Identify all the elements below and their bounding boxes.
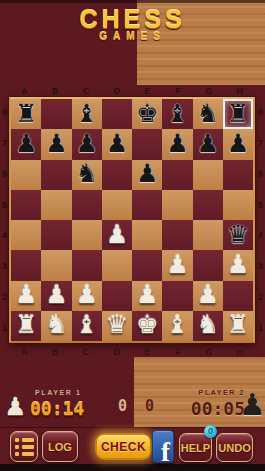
square-e5[interactable] [132, 190, 162, 220]
file-label-e: E [132, 345, 163, 358]
top-shade [0, 0, 265, 3]
player1-label: PLAYER 1 [35, 389, 81, 396]
square-a1[interactable]: ♜ [11, 311, 41, 341]
file-label-g: G [194, 84, 225, 97]
square-c5[interactable] [72, 190, 102, 220]
player1-timer: 00:14 [30, 398, 84, 419]
undo-button[interactable]: UNDO [216, 433, 253, 462]
square-h7[interactable]: ♟ [223, 129, 253, 159]
square-d5[interactable] [102, 190, 132, 220]
square-f3[interactable]: ♟ [162, 250, 192, 280]
file-label-d: D [101, 84, 132, 97]
square-c4[interactable] [72, 220, 102, 250]
square-d2[interactable] [102, 281, 132, 311]
white-knight[interactable]: ♞ [196, 312, 218, 337]
file-label-d: D [101, 345, 132, 358]
rank-label-4: 4 [256, 220, 265, 251]
square-g6[interactable] [193, 160, 223, 190]
black-pawn-icon: ♟ [239, 390, 265, 420]
square-c2[interactable]: ♟ [72, 281, 102, 311]
square-h1[interactable]: ♜ [223, 311, 253, 341]
square-b1[interactable]: ♞ [41, 311, 71, 341]
square-f2[interactable] [162, 281, 192, 311]
black-king[interactable]: ♚ [136, 101, 158, 126]
square-a3[interactable] [11, 250, 41, 280]
white-bishop[interactable]: ♝ [166, 312, 188, 337]
square-d4[interactable]: ♟ [102, 220, 132, 250]
square-h2[interactable] [223, 281, 253, 311]
square-g2[interactable]: ♟ [193, 281, 223, 311]
square-c1[interactable]: ♝ [72, 311, 102, 341]
square-f8[interactable]: ♝ [162, 99, 192, 129]
black-pawn[interactable]: ♟ [166, 131, 188, 156]
rank-label-2: 2 [256, 282, 265, 313]
rank-label-4: 4 [0, 220, 9, 251]
file-label-h: H [224, 84, 255, 97]
black-pawn[interactable]: ♟ [136, 161, 158, 186]
white-rook[interactable]: ♜ [15, 312, 37, 337]
square-f6[interactable] [162, 160, 192, 190]
rank-labels-left: 87654321 [0, 97, 9, 343]
black-pawn[interactable]: ♟ [45, 131, 67, 156]
square-h6[interactable] [223, 160, 253, 190]
square-f5[interactable] [162, 190, 192, 220]
black-pawn[interactable]: ♟ [106, 131, 128, 156]
square-g3[interactable] [193, 250, 223, 280]
facebook-button[interactable]: f [152, 430, 174, 463]
square-e4[interactable] [132, 220, 162, 250]
square-d1[interactable]: ♛ [102, 311, 132, 341]
rank-label-8: 8 [256, 97, 265, 128]
square-e7[interactable] [132, 129, 162, 159]
rank-label-5: 5 [0, 189, 9, 220]
square-e1[interactable]: ♚ [132, 311, 162, 341]
rank-label-7: 7 [0, 128, 9, 159]
bottom-bar [0, 464, 265, 471]
white-pawn[interactable]: ♟ [106, 222, 128, 247]
rank-label-1: 1 [0, 312, 9, 343]
black-pawn[interactable]: ♟ [227, 131, 249, 156]
black-bishop[interactable]: ♝ [75, 101, 97, 126]
white-queen[interactable]: ♛ [106, 312, 128, 337]
help-badge: 0 [204, 425, 217, 438]
black-rook[interactable]: ♜ [227, 101, 249, 126]
chess-app: CHESS GAMES ABCDEFGH 87654321 ♜♝♚♝♞♜♟♟♟♟… [0, 0, 265, 471]
black-rook[interactable]: ♜ [15, 101, 37, 126]
white-king[interactable]: ♚ [136, 312, 158, 337]
list-icon [15, 438, 34, 456]
rank-label-8: 8 [0, 97, 9, 128]
square-f7[interactable]: ♟ [162, 129, 192, 159]
square-d7[interactable]: ♟ [102, 129, 132, 159]
facebook-icon: f [161, 437, 170, 463]
rank-label-7: 7 [256, 128, 265, 159]
square-b7[interactable]: ♟ [41, 129, 71, 159]
square-h3[interactable]: ♟ [223, 250, 253, 280]
rank-label-2: 2 [0, 282, 9, 313]
file-label-a: A [9, 84, 40, 97]
rank-label-1: 1 [256, 312, 265, 343]
file-label-c: C [71, 345, 102, 358]
square-a8[interactable]: ♜ [11, 99, 41, 129]
square-c3[interactable] [72, 250, 102, 280]
black-pawn[interactable]: ♟ [75, 131, 97, 156]
file-label-g: G [194, 345, 225, 358]
square-h5[interactable] [223, 190, 253, 220]
square-h8[interactable]: ♜ [223, 99, 253, 129]
black-knight[interactable]: ♞ [75, 161, 97, 186]
square-g7[interactable]: ♟ [193, 129, 223, 159]
white-knight[interactable]: ♞ [45, 312, 67, 337]
square-e8[interactable]: ♚ [132, 99, 162, 129]
rank-label-5: 5 [256, 189, 265, 220]
square-g8[interactable]: ♞ [193, 99, 223, 129]
square-c7[interactable]: ♟ [72, 129, 102, 159]
square-b6[interactable] [41, 160, 71, 190]
file-label-f: F [163, 345, 194, 358]
rank-label-6: 6 [256, 159, 265, 190]
white-pawn[interactable]: ♟ [45, 282, 67, 307]
square-b4[interactable] [41, 220, 71, 250]
square-d3[interactable] [102, 250, 132, 280]
square-e6[interactable]: ♟ [132, 160, 162, 190]
square-g5[interactable] [193, 190, 223, 220]
player2-timer: 00:05 [183, 398, 245, 419]
player1-score: 0 [118, 397, 127, 415]
rank-labels-right: 87654321 [256, 97, 265, 343]
white-pawn[interactable]: ♟ [166, 252, 188, 277]
square-a5[interactable] [11, 190, 41, 220]
log-button[interactable]: LOG [42, 431, 78, 462]
white-pawn[interactable]: ♟ [15, 282, 37, 307]
file-label-a: A [9, 345, 40, 358]
check-button[interactable]: CHECK [95, 433, 152, 460]
square-c6[interactable]: ♞ [72, 160, 102, 190]
file-labels-top: ABCDEFGH [9, 84, 255, 97]
rank-label-3: 3 [256, 251, 265, 282]
app-subtitle: GAMES [0, 31, 265, 42]
file-label-h: H [224, 345, 255, 358]
rank-label-6: 6 [0, 159, 9, 190]
white-pawn[interactable]: ♟ [75, 282, 97, 307]
app-title: CHESS [0, 5, 265, 34]
square-a2[interactable]: ♟ [11, 281, 41, 311]
square-f4[interactable] [162, 220, 192, 250]
square-h4[interactable]: ♛ [223, 220, 253, 250]
file-label-b: B [40, 84, 71, 97]
square-f1[interactable]: ♝ [162, 311, 192, 341]
black-pawn[interactable]: ♟ [15, 131, 37, 156]
square-d8[interactable] [102, 99, 132, 129]
file-label-b: B [40, 345, 71, 358]
file-labels-bottom: ABCDEFGH [9, 345, 255, 358]
square-a4[interactable] [11, 220, 41, 250]
white-rook[interactable]: ♜ [227, 312, 249, 337]
square-d6[interactable] [102, 160, 132, 190]
square-b8[interactable] [41, 99, 71, 129]
square-b5[interactable] [41, 190, 71, 220]
white-bishop[interactable]: ♝ [75, 312, 97, 337]
white-pawn[interactable]: ♟ [196, 282, 218, 307]
file-label-c: C [71, 84, 102, 97]
black-queen[interactable]: ♛ [227, 222, 249, 247]
player2-label: PLAYER 2 [183, 389, 245, 396]
square-a7[interactable]: ♟ [11, 129, 41, 159]
black-knight[interactable]: ♞ [196, 101, 218, 126]
square-b2[interactable]: ♟ [41, 281, 71, 311]
white-pawn[interactable]: ♟ [136, 282, 158, 307]
white-pawn[interactable]: ♟ [227, 252, 249, 277]
white-pawn-icon: ♟ [4, 394, 26, 419]
square-a6[interactable] [11, 160, 41, 190]
file-label-f: F [163, 84, 194, 97]
moves-list-button[interactable] [10, 431, 38, 462]
square-e2[interactable]: ♟ [132, 281, 162, 311]
file-label-e: E [132, 84, 163, 97]
chess-board[interactable]: ♜♝♚♝♞♜♟♟♟♟♟♟♟♞♟♟♛♟♟♟♟♟♟♟♜♞♝♛♚♝♞♜ [9, 97, 255, 343]
square-e3[interactable] [132, 250, 162, 280]
black-pawn[interactable]: ♟ [196, 131, 218, 156]
black-bishop[interactable]: ♝ [166, 101, 188, 126]
square-g4[interactable] [193, 220, 223, 250]
square-c8[interactable]: ♝ [72, 99, 102, 129]
app-header: CHESS GAMES [0, 5, 265, 42]
square-g1[interactable]: ♞ [193, 311, 223, 341]
square-b3[interactable] [41, 250, 71, 280]
rank-label-3: 3 [0, 251, 9, 282]
player2-score: 0 [145, 397, 154, 415]
